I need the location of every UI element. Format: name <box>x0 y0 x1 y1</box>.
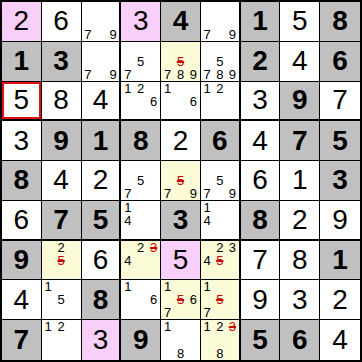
candidate-5: 5 <box>213 174 226 187</box>
cell-r1c2[interactable]: 6 <box>42 2 82 42</box>
given-digit: 1 <box>93 127 109 155</box>
candidate-2: 2 <box>213 82 226 95</box>
cell-r1c1[interactable]: 2 <box>2 2 42 42</box>
solved-digit: 5 <box>173 246 189 274</box>
pencil-marks: 12 <box>201 82 239 120</box>
solved-digit: 2 <box>14 7 30 35</box>
solved-digit: 6 <box>14 206 30 234</box>
candidate-9: 9 <box>226 28 239 41</box>
cell-r8c6[interactable]: 157 <box>201 280 241 320</box>
candidate-8: 8 <box>213 68 226 81</box>
given-digit: 9 <box>53 127 69 155</box>
solved-digit: 6 <box>252 166 268 194</box>
candidate-8: 8 <box>174 68 187 81</box>
solved-digit: 2 <box>332 286 348 314</box>
solved-digit: 4 <box>14 286 30 314</box>
solved-digit: 4 <box>332 326 348 354</box>
cell-r7c2[interactable]: 25 <box>42 241 82 281</box>
solved-digit: 9 <box>252 286 268 314</box>
cell-r6c9[interactable]: 9 <box>320 201 360 241</box>
cell-r3c4[interactable]: 126 <box>121 82 161 122</box>
candidate-5: 5 <box>134 55 147 68</box>
candidate-3-eliminated: 3 <box>226 320 239 333</box>
given-digit: 8 <box>133 127 149 155</box>
cell-r4c2[interactable]: 9 <box>42 121 82 161</box>
candidate-5: 5 <box>213 55 226 68</box>
candidate-6: 6 <box>147 293 160 306</box>
given-digit: 8 <box>332 7 348 35</box>
cell-r1c7[interactable]: 1 <box>241 2 281 42</box>
candidate-5-eliminated: 5 <box>213 293 226 306</box>
candidate-2: 2 <box>213 320 226 333</box>
candidate-1: 1 <box>121 82 134 95</box>
given-digit: 3 <box>173 206 189 234</box>
cell-r8c2[interactable]: 15 <box>42 280 82 320</box>
candidate-6: 6 <box>187 293 200 306</box>
candidate-7: 7 <box>201 28 214 41</box>
pencil-marks: 79 <box>82 2 120 41</box>
candidate-1: 1 <box>201 201 214 214</box>
given-digit: 6 <box>292 326 308 354</box>
cell-r8c4[interactable]: 16 <box>121 280 161 320</box>
cell-r9c4[interactable]: 9 <box>121 320 161 360</box>
cell-r6c4[interactable]: 14 <box>121 201 161 241</box>
cell-r6c6[interactable]: 14 <box>201 201 241 241</box>
cell-r7c4[interactable]: 234 <box>121 241 161 281</box>
given-digit: 1 <box>332 246 348 274</box>
pencil-marks: 16 <box>121 280 160 319</box>
candidate-7: 7 <box>161 306 174 319</box>
cell-r1c4[interactable]: 3 <box>121 2 161 42</box>
cell-r1c9[interactable]: 8 <box>320 2 360 42</box>
solved-digit: 6 <box>93 246 109 274</box>
candidate-4: 4 <box>121 214 134 227</box>
cell-r5c6[interactable]: 579 <box>201 161 241 201</box>
given-digit: 6 <box>212 127 228 155</box>
candidate-1: 1 <box>42 280 55 293</box>
pencil-marks: 5789 <box>161 42 200 81</box>
candidate-1: 1 <box>161 320 174 333</box>
cell-r2c6[interactable]: 5789 <box>201 42 241 82</box>
solved-digit: 8 <box>53 86 69 114</box>
cell-r6c5[interactable]: 3 <box>161 201 201 241</box>
solved-digit: 3 <box>14 127 30 155</box>
cell-r7c8[interactable]: 8 <box>280 241 320 281</box>
pencil-marks: 126 <box>121 82 160 120</box>
candidate-7: 7 <box>121 68 134 81</box>
pencil-marks: 2345 <box>201 241 239 280</box>
candidate-1: 1 <box>121 201 134 214</box>
pencil-marks: 1238 <box>201 320 239 360</box>
cell-r6c3[interactable]: 5 <box>82 201 122 241</box>
cell-r5c1[interactable]: 8 <box>2 161 42 201</box>
solved-digit: 4 <box>53 166 69 194</box>
candidate-6: 6 <box>147 95 160 108</box>
given-digit: 8 <box>252 206 268 234</box>
given-digit: 5 <box>252 326 268 354</box>
candidate-5: 5 <box>55 293 68 306</box>
candidate-2: 2 <box>55 320 68 333</box>
cell-r4c3[interactable]: 1 <box>82 121 122 161</box>
cell-r8c1[interactable]: 4 <box>2 280 42 320</box>
cell-r4c7[interactable]: 4 <box>241 121 281 161</box>
pencil-marks: 57 <box>121 161 160 200</box>
sudoku-board: 2679347915813795757895789246584126161239… <box>0 0 362 362</box>
pencil-marks: 5789 <box>201 42 239 81</box>
candidate-2: 2 <box>134 241 147 254</box>
candidate-6: 6 <box>187 95 200 108</box>
candidate-8: 8 <box>174 347 187 360</box>
solved-digit: 3 <box>133 7 149 35</box>
cell-r9c5[interactable]: 18 <box>161 320 201 360</box>
candidate-9: 9 <box>187 187 200 200</box>
pencil-marks: 18 <box>161 320 200 360</box>
cell-r1c3[interactable]: 79 <box>82 2 122 42</box>
given-digit: 4 <box>173 7 189 35</box>
solved-digit: 8 <box>292 246 308 274</box>
cell-r7c6[interactable]: 2345 <box>201 241 241 281</box>
cell-r3c7[interactable]: 3 <box>241 82 281 122</box>
cell-r6c1[interactable]: 6 <box>2 201 42 241</box>
candidate-1: 1 <box>201 82 214 95</box>
cell-r2c2[interactable]: 3 <box>42 42 82 82</box>
pencil-marks: 15 <box>42 280 81 319</box>
pencil-marks: 14 <box>121 201 160 239</box>
candidate-9: 9 <box>226 187 239 200</box>
cell-r5c8[interactable]: 1 <box>280 161 320 201</box>
candidate-9: 9 <box>107 68 120 81</box>
candidate-1: 1 <box>161 82 174 95</box>
pencil-marks: 16 <box>161 82 200 120</box>
candidate-7: 7 <box>82 28 95 41</box>
candidate-7: 7 <box>82 68 95 81</box>
cell-r4c6[interactable]: 6 <box>201 121 241 161</box>
solved-digit: 2 <box>173 127 189 155</box>
candidate-1: 1 <box>201 280 214 293</box>
candidate-8: 8 <box>213 347 226 360</box>
solved-digit: 3 <box>252 86 268 114</box>
candidate-3: 3 <box>226 241 239 254</box>
cell-r2c4[interactable]: 57 <box>121 42 161 82</box>
cell-r4c1[interactable]: 3 <box>2 121 42 161</box>
pencil-marks: 79 <box>201 2 239 41</box>
solved-digit: 5 <box>14 86 30 114</box>
cell-r9c2[interactable]: 12 <box>42 320 82 360</box>
cell-r8c8[interactable]: 3 <box>280 280 320 320</box>
given-digit: 5 <box>332 127 348 155</box>
cell-r7c5[interactable]: 5 <box>161 241 201 281</box>
cell-r3c5[interactable]: 16 <box>161 82 201 122</box>
cell-r3c1[interactable]: 5 <box>2 82 42 122</box>
solved-digit: 4 <box>292 47 308 75</box>
cell-r9c8[interactable]: 6 <box>280 320 320 360</box>
candidate-7: 7 <box>201 68 214 81</box>
given-digit: 9 <box>292 86 308 114</box>
solved-digit: 3 <box>93 326 109 354</box>
cell-r5c3[interactable]: 2 <box>82 161 122 201</box>
solved-digit: 2 <box>93 166 109 194</box>
cell-r3c8[interactable]: 9 <box>280 82 320 122</box>
cell-r6c2[interactable]: 7 <box>42 201 82 241</box>
solved-digit: 3 <box>292 286 308 314</box>
candidate-4: 4 <box>201 214 214 227</box>
cell-r5c9[interactable]: 3 <box>320 161 360 201</box>
pencil-marks: 14 <box>201 201 239 239</box>
solved-digit: 1 <box>292 166 308 194</box>
solved-digit: 5 <box>292 7 308 35</box>
given-digit: 3 <box>332 166 348 194</box>
cell-r4c4[interactable]: 8 <box>121 121 161 161</box>
cell-r3c6[interactable]: 12 <box>201 82 241 122</box>
candidate-7: 7 <box>201 306 214 319</box>
candidate-7: 7 <box>161 68 174 81</box>
cell-r3c2[interactable]: 8 <box>42 82 82 122</box>
candidate-5-eliminated: 5 <box>174 293 187 306</box>
cell-r7c9[interactable]: 1 <box>320 241 360 281</box>
cell-r5c7[interactable]: 6 <box>241 161 281 201</box>
cell-r8c7[interactable]: 9 <box>241 280 281 320</box>
cell-r4c5[interactable]: 2 <box>161 121 201 161</box>
given-digit: 7 <box>14 326 30 354</box>
pencil-marks: 12 <box>42 320 81 360</box>
pencil-marks: 79 <box>82 42 120 81</box>
candidate-2: 2 <box>55 241 68 254</box>
candidate-7: 7 <box>121 187 134 200</box>
cell-r6c8[interactable]: 2 <box>280 201 320 241</box>
candidate-1: 1 <box>42 320 55 333</box>
cell-r9c3[interactable]: 3 <box>82 320 122 360</box>
candidate-7: 7 <box>201 187 214 200</box>
cell-r9c1[interactable]: 7 <box>2 320 42 360</box>
candidate-9: 9 <box>226 68 239 81</box>
solved-digit: 4 <box>252 127 268 155</box>
cell-r2c9[interactable]: 6 <box>320 42 360 82</box>
pencil-marks: 579 <box>161 161 200 200</box>
candidate-9: 9 <box>187 68 200 81</box>
cell-r1c8[interactable]: 5 <box>280 2 320 42</box>
cell-r4c8[interactable]: 7 <box>280 121 320 161</box>
candidate-1: 1 <box>201 320 214 333</box>
given-digit: 2 <box>252 47 268 75</box>
candidate-5-eliminated: 5 <box>174 174 187 187</box>
solved-digit: 6 <box>53 7 69 35</box>
cell-r2c1[interactable]: 1 <box>2 42 42 82</box>
given-digit: 1 <box>14 47 30 75</box>
candidate-4: 4 <box>201 254 214 267</box>
candidate-5-eliminated: 5 <box>174 55 187 68</box>
given-digit: 7 <box>292 127 308 155</box>
solved-digit: 9 <box>332 206 348 234</box>
given-digit: 6 <box>332 47 348 75</box>
cell-r4c9[interactable]: 5 <box>320 121 360 161</box>
cell-r2c5[interactable]: 5789 <box>161 42 201 82</box>
candidate-3-eliminated: 3 <box>147 241 160 254</box>
candidate-4: 4 <box>121 254 134 267</box>
candidate-1: 1 <box>121 280 134 293</box>
pencil-marks: 579 <box>201 161 239 200</box>
candidate-7: 7 <box>161 187 174 200</box>
cell-r8c5[interactable]: 1567 <box>161 280 201 320</box>
given-digit: 5 <box>93 206 109 234</box>
given-digit: 9 <box>14 246 30 274</box>
candidate-2: 2 <box>213 241 226 254</box>
cell-r9c7[interactable]: 5 <box>241 320 281 360</box>
cell-r1c5[interactable]: 4 <box>161 2 201 42</box>
cell-r2c8[interactable]: 4 <box>280 42 320 82</box>
solved-digit: 7 <box>252 246 268 274</box>
cell-r9c6[interactable]: 1238 <box>201 320 241 360</box>
given-digit: 7 <box>53 206 69 234</box>
cell-r3c9[interactable]: 7 <box>320 82 360 122</box>
cell-r5c4[interactable]: 57 <box>121 161 161 201</box>
pencil-marks: 25 <box>42 241 81 280</box>
candidate-9: 9 <box>107 28 120 41</box>
candidate-5-eliminated: 5 <box>55 254 68 267</box>
cell-r5c5[interactable]: 579 <box>161 161 201 201</box>
given-digit: 3 <box>53 47 69 75</box>
candidate-5: 5 <box>134 174 147 187</box>
cell-r3c3[interactable]: 4 <box>82 82 122 122</box>
cell-r8c9[interactable]: 2 <box>320 280 360 320</box>
given-digit: 8 <box>93 286 109 314</box>
solved-digit: 4 <box>93 86 109 114</box>
cell-r6c7[interactable]: 8 <box>241 201 281 241</box>
cell-r1c6[interactable]: 79 <box>201 2 241 42</box>
pencil-marks: 157 <box>201 280 239 319</box>
cell-r2c3[interactable]: 79 <box>82 42 122 82</box>
cell-r2c7[interactable]: 2 <box>241 42 281 82</box>
cell-r8c3[interactable]: 8 <box>82 280 122 320</box>
solved-digit: 7 <box>332 86 348 114</box>
candidate-5-eliminated: 5 <box>213 254 226 267</box>
cell-r7c1[interactable]: 9 <box>2 241 42 281</box>
cell-r9c9[interactable]: 4 <box>320 320 360 360</box>
cell-r5c2[interactable]: 4 <box>42 161 82 201</box>
candidate-1: 1 <box>161 280 174 293</box>
given-digit: 1 <box>252 7 268 35</box>
cell-r7c7[interactable]: 7 <box>241 241 281 281</box>
solved-digit: 2 <box>292 206 308 234</box>
pencil-marks: 1567 <box>161 280 200 319</box>
cell-r7c3[interactable]: 6 <box>82 241 122 281</box>
given-digit: 8 <box>14 166 30 194</box>
pencil-marks: 234 <box>121 241 160 280</box>
pencil-marks: 57 <box>121 42 160 81</box>
candidate-2: 2 <box>134 82 147 95</box>
given-digit: 9 <box>133 326 149 354</box>
